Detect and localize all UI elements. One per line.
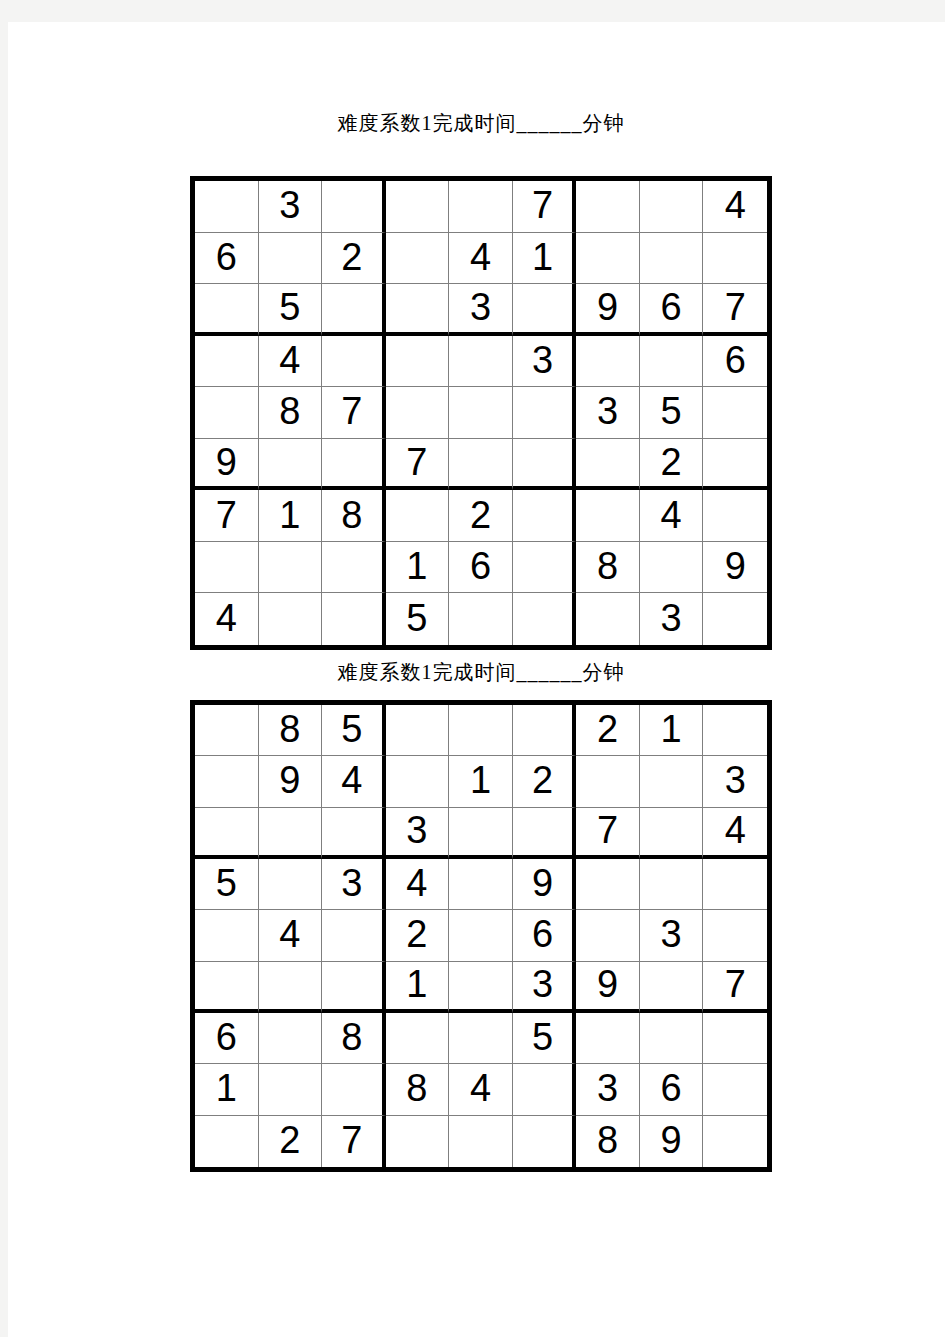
sudoku-cell-r1c7 xyxy=(576,181,640,233)
sudoku-cell-r7c9 xyxy=(703,490,767,542)
sudoku-cell-r2c1 xyxy=(195,756,259,807)
sudoku-cell-r5c6: 6 xyxy=(513,910,577,961)
sudoku-cell-r6c9: 7 xyxy=(703,962,767,1013)
sudoku-cell-r4c9: 6 xyxy=(703,336,767,388)
sudoku-cell-r5c3 xyxy=(322,910,386,961)
sudoku-cell-r4c6: 9 xyxy=(513,859,577,910)
sudoku-cell-r3c3 xyxy=(322,808,386,859)
sudoku-cell-r3c5 xyxy=(449,808,513,859)
sudoku-cell-r1c8 xyxy=(640,181,704,233)
sudoku-cell-r4c5 xyxy=(449,336,513,388)
sudoku-cell-r5c1 xyxy=(195,387,259,439)
sudoku-cell-r6c4: 7 xyxy=(386,439,450,491)
sudoku-cell-r7c5 xyxy=(449,1013,513,1064)
sudoku-cell-r1c5 xyxy=(449,705,513,756)
sudoku-cell-r2c2 xyxy=(259,233,323,285)
sudoku-cell-r4c3: 3 xyxy=(322,859,386,910)
sudoku-board-2: 852194123374534942631397685184362789 xyxy=(190,700,772,1172)
sudoku-cell-r9c9 xyxy=(703,1116,767,1167)
sudoku-cell-r4c1: 5 xyxy=(195,859,259,910)
sudoku-cell-r5c5 xyxy=(449,387,513,439)
sudoku-cell-r7c3: 8 xyxy=(322,1013,386,1064)
sudoku-cell-r3c7: 7 xyxy=(576,808,640,859)
sudoku-cell-r5c4: 2 xyxy=(386,910,450,961)
sudoku-cell-r9c3: 7 xyxy=(322,1116,386,1167)
sudoku-cell-r6c1: 9 xyxy=(195,439,259,491)
sudoku-cell-r5c3: 7 xyxy=(322,387,386,439)
sudoku-cell-r8c9: 9 xyxy=(703,542,767,594)
sudoku-cell-r9c2 xyxy=(259,593,323,645)
sudoku-cell-r1c2: 3 xyxy=(259,181,323,233)
sudoku-cell-r9c4: 5 xyxy=(386,593,450,645)
sudoku-cell-r2c7 xyxy=(576,233,640,285)
sudoku-cell-r8c4: 8 xyxy=(386,1064,450,1115)
sudoku-cell-r4c5 xyxy=(449,859,513,910)
sudoku-cell-r3c2: 5 xyxy=(259,284,323,336)
sudoku-cell-r3c1 xyxy=(195,808,259,859)
sudoku-cell-r7c6: 5 xyxy=(513,1013,577,1064)
sudoku-cell-r5c8: 5 xyxy=(640,387,704,439)
sudoku-cell-r6c7: 9 xyxy=(576,962,640,1013)
sudoku-cell-r5c9 xyxy=(703,387,767,439)
sudoku-board-1: 3746241539674368735972718241689453 xyxy=(190,176,772,650)
sudoku-cell-r5c9 xyxy=(703,910,767,961)
sudoku-cell-r2c3: 4 xyxy=(322,756,386,807)
sudoku-cell-r9c5 xyxy=(449,1116,513,1167)
sudoku-cell-r1c3 xyxy=(322,181,386,233)
sudoku-cell-r2c9: 3 xyxy=(703,756,767,807)
sudoku-cell-r2c8 xyxy=(640,233,704,285)
sudoku-cell-r4c2 xyxy=(259,859,323,910)
sudoku-cell-r8c9 xyxy=(703,1064,767,1115)
sudoku-cell-r2c2: 9 xyxy=(259,756,323,807)
sudoku-cell-r8c1 xyxy=(195,542,259,594)
sudoku-cell-r7c2: 1 xyxy=(259,490,323,542)
sudoku-cell-r1c9: 4 xyxy=(703,181,767,233)
sudoku-cell-r9c6 xyxy=(513,1116,577,1167)
sudoku-cell-r5c6 xyxy=(513,387,577,439)
sudoku-cell-r4c4 xyxy=(386,336,450,388)
sudoku-cell-r6c9 xyxy=(703,439,767,491)
sudoku-cell-r9c7: 8 xyxy=(576,1116,640,1167)
sudoku-cell-r6c3 xyxy=(322,439,386,491)
sudoku-cell-r2c1: 6 xyxy=(195,233,259,285)
sudoku-cell-r8c4: 1 xyxy=(386,542,450,594)
sudoku-cell-r9c3 xyxy=(322,593,386,645)
sudoku-cell-r1c9 xyxy=(703,705,767,756)
sudoku-cell-r6c6: 3 xyxy=(513,962,577,1013)
sudoku-cell-r6c6 xyxy=(513,439,577,491)
sudoku-cell-r3c5: 3 xyxy=(449,284,513,336)
sudoku-cell-r7c1: 7 xyxy=(195,490,259,542)
sudoku-cell-r5c4 xyxy=(386,387,450,439)
sudoku-cell-r6c5 xyxy=(449,439,513,491)
sudoku-cell-r5c7: 3 xyxy=(576,387,640,439)
sudoku-cell-r8c7: 8 xyxy=(576,542,640,594)
sudoku-cell-r3c9: 4 xyxy=(703,808,767,859)
sudoku-cell-r8c2 xyxy=(259,542,323,594)
sudoku-cell-r2c4 xyxy=(386,233,450,285)
sudoku-cell-r2c5: 4 xyxy=(449,233,513,285)
sudoku-cell-r7c8 xyxy=(640,1013,704,1064)
sudoku-cell-r6c5 xyxy=(449,962,513,1013)
sudoku-cell-r4c3 xyxy=(322,336,386,388)
sudoku-cell-r3c4: 3 xyxy=(386,808,450,859)
sudoku-cell-r2c5: 1 xyxy=(449,756,513,807)
sudoku-cell-r5c7 xyxy=(576,910,640,961)
sudoku-cell-r3c6 xyxy=(513,284,577,336)
sudoku-cell-r4c1 xyxy=(195,336,259,388)
sudoku-cell-r6c2 xyxy=(259,439,323,491)
sudoku-cell-r2c6: 1 xyxy=(513,233,577,285)
sudoku-cell-r3c8 xyxy=(640,808,704,859)
sudoku-cell-r8c6 xyxy=(513,542,577,594)
sudoku-cell-r4c4: 4 xyxy=(386,859,450,910)
sudoku-cell-r7c2 xyxy=(259,1013,323,1064)
sudoku-cell-r4c8 xyxy=(640,336,704,388)
sudoku-cell-r8c5: 4 xyxy=(449,1064,513,1115)
sudoku-cell-r1c1 xyxy=(195,181,259,233)
sudoku-cell-r4c7 xyxy=(576,859,640,910)
sudoku-cell-r4c9 xyxy=(703,859,767,910)
sudoku-cell-r1c4 xyxy=(386,705,450,756)
sudoku-cell-r1c1 xyxy=(195,705,259,756)
sudoku-cell-r7c7 xyxy=(576,1013,640,1064)
sudoku-cell-r5c5 xyxy=(449,910,513,961)
sudoku-cell-r3c1 xyxy=(195,284,259,336)
sudoku-cell-r4c7 xyxy=(576,336,640,388)
sudoku-cell-r8c8 xyxy=(640,542,704,594)
sudoku-cell-r8c3 xyxy=(322,1064,386,1115)
sudoku-cell-r9c7 xyxy=(576,593,640,645)
sudoku-cell-r5c2: 8 xyxy=(259,387,323,439)
sudoku-cell-r8c8: 6 xyxy=(640,1064,704,1115)
sudoku-cell-r6c8: 2 xyxy=(640,439,704,491)
sudoku-cell-r7c7 xyxy=(576,490,640,542)
sudoku-cell-r5c8: 3 xyxy=(640,910,704,961)
sudoku-cell-r7c5: 2 xyxy=(449,490,513,542)
sudoku-cell-r7c3: 8 xyxy=(322,490,386,542)
sudoku-cell-r3c7: 9 xyxy=(576,284,640,336)
sudoku-cell-r3c2 xyxy=(259,808,323,859)
sudoku-cell-r8c1: 1 xyxy=(195,1064,259,1115)
sudoku-cell-r6c8 xyxy=(640,962,704,1013)
sudoku-cell-r9c5 xyxy=(449,593,513,645)
worksheet-page: 难度系数1完成时间______分钟 3746241539674368735972… xyxy=(8,22,945,1337)
sudoku-cell-r9c9 xyxy=(703,593,767,645)
sudoku-cell-r3c6 xyxy=(513,808,577,859)
sudoku-cell-r8c6 xyxy=(513,1064,577,1115)
sudoku-cell-r7c6 xyxy=(513,490,577,542)
sudoku-cell-r2c7 xyxy=(576,756,640,807)
sudoku-cell-r1c4 xyxy=(386,181,450,233)
sudoku-cell-r7c4 xyxy=(386,1013,450,1064)
puzzle2-title: 难度系数1完成时间______分钟 xyxy=(190,659,772,685)
sudoku-cell-r6c3 xyxy=(322,962,386,1013)
sudoku-cell-r4c8 xyxy=(640,859,704,910)
sudoku-cell-r7c1: 6 xyxy=(195,1013,259,1064)
sudoku-cell-r2c9 xyxy=(703,233,767,285)
sudoku-cell-r9c8: 9 xyxy=(640,1116,704,1167)
sudoku-cell-r9c1: 4 xyxy=(195,593,259,645)
sudoku-cell-r1c6 xyxy=(513,705,577,756)
sudoku-cell-r4c6: 3 xyxy=(513,336,577,388)
sudoku-cell-r7c9 xyxy=(703,1013,767,1064)
sudoku-cell-r5c1 xyxy=(195,910,259,961)
sudoku-cell-r2c4 xyxy=(386,756,450,807)
sudoku-cell-r3c3 xyxy=(322,284,386,336)
sudoku-cell-r7c8: 4 xyxy=(640,490,704,542)
sudoku-cell-r8c2 xyxy=(259,1064,323,1115)
sudoku-cell-r2c3: 2 xyxy=(322,233,386,285)
sudoku-cell-r9c8: 3 xyxy=(640,593,704,645)
sudoku-cell-r9c4 xyxy=(386,1116,450,1167)
puzzle1-title: 难度系数1完成时间______分钟 xyxy=(190,110,772,136)
sudoku-cell-r9c2: 2 xyxy=(259,1116,323,1167)
sudoku-cell-r8c3 xyxy=(322,542,386,594)
sudoku-cell-r1c3: 5 xyxy=(322,705,386,756)
sudoku-cell-r9c6 xyxy=(513,593,577,645)
sudoku-cell-r1c7: 2 xyxy=(576,705,640,756)
sudoku-cell-r6c2 xyxy=(259,962,323,1013)
sudoku-cell-r1c8: 1 xyxy=(640,705,704,756)
sudoku-cell-r1c5 xyxy=(449,181,513,233)
sudoku-cell-r8c5: 6 xyxy=(449,542,513,594)
sudoku-cell-r8c7: 3 xyxy=(576,1064,640,1115)
sudoku-cell-r2c6: 2 xyxy=(513,756,577,807)
sudoku-cell-r4c2: 4 xyxy=(259,336,323,388)
sudoku-cell-r5c2: 4 xyxy=(259,910,323,961)
sudoku-cell-r9c1 xyxy=(195,1116,259,1167)
sudoku-cell-r6c7 xyxy=(576,439,640,491)
sudoku-cell-r1c6: 7 xyxy=(513,181,577,233)
sudoku-cell-r2c8 xyxy=(640,756,704,807)
sudoku-cell-r6c1 xyxy=(195,962,259,1013)
sudoku-cell-r3c9: 7 xyxy=(703,284,767,336)
sudoku-cell-r3c8: 6 xyxy=(640,284,704,336)
sudoku-cell-r3c4 xyxy=(386,284,450,336)
sudoku-cell-r7c4 xyxy=(386,490,450,542)
sudoku-cell-r1c2: 8 xyxy=(259,705,323,756)
sudoku-cell-r6c4: 1 xyxy=(386,962,450,1013)
